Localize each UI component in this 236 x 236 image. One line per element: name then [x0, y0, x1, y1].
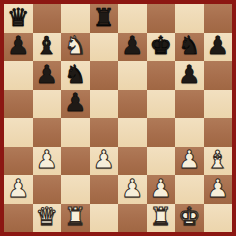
- black-queen-a8[interactable]: ♛: [7, 5, 29, 30]
- square-b6[interactable]: ♟: [33, 61, 62, 90]
- square-c1[interactable]: ♜: [61, 204, 90, 233]
- square-c4[interactable]: [61, 118, 90, 147]
- square-f8[interactable]: [147, 4, 176, 33]
- square-e7[interactable]: ♟: [118, 33, 147, 62]
- square-a2[interactable]: ♟: [4, 175, 33, 204]
- square-d4[interactable]: [90, 118, 119, 147]
- square-e4[interactable]: [118, 118, 147, 147]
- black-knight-c6[interactable]: ♞: [64, 62, 86, 87]
- white-pawn-f2[interactable]: ♟: [150, 176, 172, 201]
- black-pawn-c5[interactable]: ♟: [64, 90, 86, 115]
- square-b4[interactable]: [33, 118, 62, 147]
- black-rook-d8[interactable]: ♜: [93, 5, 115, 30]
- square-a8[interactable]: ♛: [4, 4, 33, 33]
- square-b7[interactable]: ♝: [33, 33, 62, 62]
- square-g4[interactable]: [175, 118, 204, 147]
- white-pawn-h2[interactable]: ♟: [207, 176, 229, 201]
- square-a4[interactable]: [4, 118, 33, 147]
- black-king-f7[interactable]: ♚: [150, 33, 172, 58]
- square-h6[interactable]: [204, 61, 233, 90]
- square-e1[interactable]: [118, 204, 147, 233]
- square-g7[interactable]: ♞: [175, 33, 204, 62]
- square-d8[interactable]: ♜: [90, 4, 119, 33]
- white-rook-c1[interactable]: ♜: [64, 204, 86, 229]
- square-d5[interactable]: [90, 90, 119, 119]
- black-knight-g7[interactable]: ♞: [178, 33, 200, 58]
- square-g8[interactable]: [175, 4, 204, 33]
- black-pawn-b6[interactable]: ♟: [36, 62, 58, 87]
- square-a6[interactable]: [4, 61, 33, 90]
- square-c3[interactable]: [61, 147, 90, 176]
- black-pawn-a7[interactable]: ♟: [7, 33, 29, 58]
- square-f6[interactable]: [147, 61, 176, 90]
- white-king-g1[interactable]: ♚: [178, 204, 200, 229]
- white-bishop-h3[interactable]: ♝: [207, 147, 229, 172]
- black-pawn-h7[interactable]: ♟: [207, 33, 229, 58]
- square-e3[interactable]: [118, 147, 147, 176]
- chess-board-frame: ♛♜♟♝♞♟♚♞♟♟♞♟♟♟♟♟♝♟♟♟♟♛♜♜♚: [0, 0, 236, 236]
- square-f1[interactable]: ♜: [147, 204, 176, 233]
- square-f4[interactable]: [147, 118, 176, 147]
- square-h1[interactable]: [204, 204, 233, 233]
- square-b1[interactable]: ♛: [33, 204, 62, 233]
- square-b3[interactable]: ♟: [33, 147, 62, 176]
- square-c7[interactable]: ♞: [61, 33, 90, 62]
- black-pawn-g6[interactable]: ♟: [178, 62, 200, 87]
- white-pawn-d3[interactable]: ♟: [93, 147, 115, 172]
- square-a5[interactable]: [4, 90, 33, 119]
- square-c6[interactable]: ♞: [61, 61, 90, 90]
- square-f5[interactable]: [147, 90, 176, 119]
- white-rook-f1[interactable]: ♜: [150, 204, 172, 229]
- square-e6[interactable]: [118, 61, 147, 90]
- square-h7[interactable]: ♟: [204, 33, 233, 62]
- square-e8[interactable]: [118, 4, 147, 33]
- square-g2[interactable]: [175, 175, 204, 204]
- white-knight-c7[interactable]: ♞: [64, 33, 86, 58]
- square-e5[interactable]: [118, 90, 147, 119]
- black-bishop-b7[interactable]: ♝: [36, 33, 58, 58]
- black-pawn-e7[interactable]: ♟: [121, 33, 143, 58]
- square-g6[interactable]: ♟: [175, 61, 204, 90]
- square-a1[interactable]: [4, 204, 33, 233]
- white-pawn-e2[interactable]: ♟: [121, 176, 143, 201]
- square-a7[interactable]: ♟: [4, 33, 33, 62]
- square-h3[interactable]: ♝: [204, 147, 233, 176]
- square-d6[interactable]: [90, 61, 119, 90]
- square-c2[interactable]: [61, 175, 90, 204]
- square-e2[interactable]: ♟: [118, 175, 147, 204]
- square-f2[interactable]: ♟: [147, 175, 176, 204]
- square-g3[interactable]: ♟: [175, 147, 204, 176]
- square-h5[interactable]: [204, 90, 233, 119]
- white-pawn-g3[interactable]: ♟: [178, 147, 200, 172]
- square-g1[interactable]: ♚: [175, 204, 204, 233]
- square-d7[interactable]: [90, 33, 119, 62]
- chess-board: ♛♜♟♝♞♟♚♞♟♟♞♟♟♟♟♟♝♟♟♟♟♛♜♜♚: [4, 4, 232, 232]
- square-c8[interactable]: [61, 4, 90, 33]
- square-h8[interactable]: [204, 4, 233, 33]
- square-b2[interactable]: [33, 175, 62, 204]
- square-c5[interactable]: ♟: [61, 90, 90, 119]
- square-d2[interactable]: [90, 175, 119, 204]
- white-pawn-b3[interactable]: ♟: [36, 147, 58, 172]
- square-a3[interactable]: [4, 147, 33, 176]
- square-f3[interactable]: [147, 147, 176, 176]
- square-b8[interactable]: [33, 4, 62, 33]
- square-b5[interactable]: [33, 90, 62, 119]
- square-d3[interactable]: ♟: [90, 147, 119, 176]
- square-h4[interactable]: [204, 118, 233, 147]
- white-queen-b1[interactable]: ♛: [36, 204, 58, 229]
- square-h2[interactable]: ♟: [204, 175, 233, 204]
- white-pawn-a2[interactable]: ♟: [7, 176, 29, 201]
- square-d1[interactable]: [90, 204, 119, 233]
- square-g5[interactable]: [175, 90, 204, 119]
- square-f7[interactable]: ♚: [147, 33, 176, 62]
